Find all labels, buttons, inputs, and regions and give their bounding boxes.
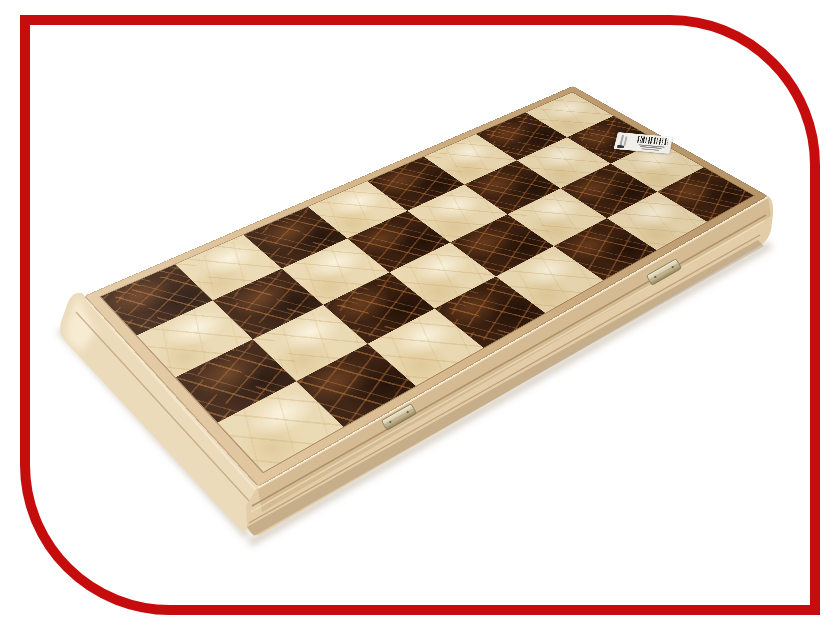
red-frame-border: [20, 15, 820, 615]
product-photo-stage: [0, 0, 840, 630]
